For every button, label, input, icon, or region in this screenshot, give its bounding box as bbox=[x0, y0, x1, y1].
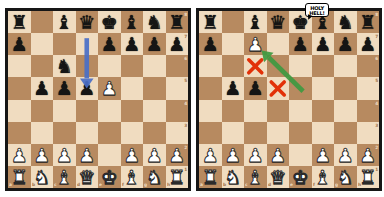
file-label-a: a bbox=[9, 183, 12, 187]
square-g6[interactable] bbox=[334, 55, 357, 77]
square-f5[interactable] bbox=[121, 77, 144, 99]
piece-white-pawn: ♟ bbox=[98, 77, 121, 99]
file-label-f: f bbox=[122, 183, 124, 187]
square-f1[interactable]: ♝f bbox=[312, 166, 335, 188]
square-e5[interactable]: ♟ bbox=[98, 77, 121, 99]
piece-white-pawn: ♟ bbox=[244, 144, 267, 166]
square-d1[interactable]: ♛d bbox=[76, 166, 99, 188]
square-d1[interactable]: ♛d bbox=[267, 166, 290, 188]
file-label-e: e bbox=[290, 183, 293, 187]
square-e7[interactable]: ♟ bbox=[98, 33, 121, 55]
square-h4[interactable]: 4 bbox=[357, 100, 380, 122]
file-label-b: b bbox=[32, 183, 35, 187]
square-d8[interactable]: ♛ bbox=[267, 11, 290, 33]
square-d8[interactable]: ♛ bbox=[76, 11, 99, 33]
piece-black-pawn: ♟ bbox=[312, 33, 335, 55]
piece-white-pawn: ♟ bbox=[267, 144, 290, 166]
square-e6[interactable] bbox=[289, 55, 312, 77]
square-f6[interactable] bbox=[312, 55, 335, 77]
square-h3[interactable]: 3 bbox=[166, 122, 189, 144]
square-h5[interactable]: 5 bbox=[357, 77, 380, 99]
square-g4[interactable] bbox=[334, 100, 357, 122]
square-e2[interactable] bbox=[98, 144, 121, 166]
board-grid-after: ♜♝♛♚♝♞♜8♟♟♟♟♟♟76♟♟543♟♟♟♟♟♟♟2♜a♞b♝c♛d♚e♝… bbox=[199, 11, 379, 188]
file-label-c: c bbox=[245, 183, 248, 187]
piece-white-pawn: ♟ bbox=[166, 144, 189, 166]
piece-white-rook: ♜ bbox=[357, 166, 380, 188]
rank-label-2: 2 bbox=[375, 145, 378, 149]
rank-label-6: 6 bbox=[184, 56, 187, 60]
square-h2[interactable]: ♟2 bbox=[166, 144, 189, 166]
square-g7[interactable]: ♟ bbox=[143, 33, 166, 55]
piece-white-queen: ♛ bbox=[267, 166, 290, 188]
square-f4[interactable] bbox=[121, 100, 144, 122]
piece-white-queen: ♛ bbox=[76, 166, 99, 188]
square-a4[interactable] bbox=[199, 100, 222, 122]
rank-label-4: 4 bbox=[184, 101, 187, 105]
square-c4[interactable] bbox=[53, 100, 76, 122]
piece-white-knight: ♞ bbox=[334, 166, 357, 188]
square-a1[interactable]: ♜a bbox=[199, 166, 222, 188]
square-g4[interactable] bbox=[143, 100, 166, 122]
piece-white-pawn: ♟ bbox=[53, 144, 76, 166]
piece-black-pawn: ♟ bbox=[121, 33, 144, 55]
piece-black-pawn: ♟ bbox=[76, 77, 99, 99]
piece-white-knight: ♞ bbox=[222, 166, 245, 188]
piece-white-pawn: ♟ bbox=[121, 144, 144, 166]
square-e4[interactable] bbox=[98, 100, 121, 122]
square-h1[interactable]: ♜1h bbox=[357, 166, 380, 188]
rank-label-2: 2 bbox=[184, 145, 187, 149]
square-d2[interactable]: ♟ bbox=[76, 144, 99, 166]
rank-label-3: 3 bbox=[375, 123, 378, 127]
square-g3[interactable] bbox=[334, 122, 357, 144]
piece-white-knight: ♞ bbox=[143, 166, 166, 188]
piece-black-pawn: ♟ bbox=[244, 77, 267, 99]
square-b7[interactable] bbox=[222, 33, 245, 55]
file-label-e: e bbox=[99, 183, 102, 187]
piece-black-knight: ♞ bbox=[143, 11, 166, 33]
piece-white-pawn: ♟ bbox=[334, 144, 357, 166]
piece-black-pawn: ♟ bbox=[166, 33, 189, 55]
square-e6[interactable] bbox=[98, 55, 121, 77]
square-b3[interactable] bbox=[222, 122, 245, 144]
square-a5[interactable] bbox=[199, 77, 222, 99]
piece-black-pawn: ♟ bbox=[53, 77, 76, 99]
square-c7[interactable]: ♟ bbox=[244, 33, 267, 55]
piece-black-bishop: ♝ bbox=[53, 11, 76, 33]
file-label-h: h bbox=[358, 183, 361, 187]
piece-white-pawn: ♟ bbox=[357, 144, 380, 166]
square-e5[interactable] bbox=[289, 77, 312, 99]
square-h8[interactable]: ♜8 bbox=[357, 11, 380, 33]
square-b1[interactable]: ♞b bbox=[31, 166, 54, 188]
square-h4[interactable]: 4 bbox=[166, 100, 189, 122]
square-c6[interactable]: ♞ bbox=[53, 55, 76, 77]
square-a4[interactable] bbox=[8, 100, 31, 122]
square-a3[interactable] bbox=[199, 122, 222, 144]
square-g5[interactable] bbox=[143, 77, 166, 99]
square-h6[interactable]: 6 bbox=[166, 55, 189, 77]
square-b3[interactable] bbox=[31, 122, 54, 144]
speech-bubble-holy-hell: HOLY HELL! bbox=[305, 3, 329, 17]
square-c4[interactable] bbox=[244, 100, 267, 122]
rank-label-7: 7 bbox=[184, 34, 187, 38]
piece-white-knight: ♞ bbox=[31, 166, 54, 188]
square-b4[interactable] bbox=[222, 100, 245, 122]
square-g5[interactable] bbox=[334, 77, 357, 99]
piece-white-pawn: ♟ bbox=[199, 144, 222, 166]
square-d3[interactable] bbox=[76, 122, 99, 144]
rank-label-1: 1 bbox=[184, 167, 187, 171]
square-h6[interactable]: 6 bbox=[357, 55, 380, 77]
piece-black-rook: ♜ bbox=[8, 11, 31, 33]
speech-bubble-line: HELL! bbox=[309, 10, 324, 14]
square-a2[interactable]: ♟ bbox=[199, 144, 222, 166]
square-d4[interactable] bbox=[267, 100, 290, 122]
piece-white-bishop: ♝ bbox=[53, 166, 76, 188]
rank-label-6: 6 bbox=[375, 56, 378, 60]
square-h3[interactable]: 3 bbox=[357, 122, 380, 144]
square-f2[interactable]: ♟ bbox=[121, 144, 144, 166]
square-b8[interactable] bbox=[222, 11, 245, 33]
square-c5[interactable]: ♟ bbox=[244, 77, 267, 99]
piece-black-king: ♚ bbox=[98, 11, 121, 33]
piece-black-bishop: ♝ bbox=[121, 11, 144, 33]
square-e7[interactable]: ♟ bbox=[289, 33, 312, 55]
square-c2[interactable]: ♟ bbox=[244, 144, 267, 166]
square-f6[interactable] bbox=[121, 55, 144, 77]
square-e2[interactable] bbox=[289, 144, 312, 166]
piece-white-bishop: ♝ bbox=[121, 166, 144, 188]
piece-black-pawn: ♟ bbox=[357, 33, 380, 55]
chessboard-after: ♜♝♛♚♝♞♜8♟♟♟♟♟♟76♟♟543♟♟♟♟♟♟♟2♜a♞b♝c♛d♚e♝… bbox=[196, 8, 382, 191]
piece-black-pawn: ♟ bbox=[222, 77, 245, 99]
rank-label-1: 1 bbox=[375, 167, 378, 171]
square-g2[interactable]: ♟ bbox=[334, 144, 357, 166]
rank-label-4: 4 bbox=[375, 101, 378, 105]
square-b1[interactable]: ♞b bbox=[222, 166, 245, 188]
piece-black-pawn: ♟ bbox=[31, 77, 54, 99]
square-h8[interactable]: ♜8 bbox=[166, 11, 189, 33]
square-g7[interactable]: ♟ bbox=[334, 33, 357, 55]
piece-white-king: ♚ bbox=[98, 166, 121, 188]
meme-canvas: ♜♝♛♚♝♞♜8♟♟♟♟♟7♞6♟♟♟♟543♟♟♟♟♟♟♟2♜a♞b♝c♛d♚… bbox=[0, 0, 384, 197]
square-g6[interactable] bbox=[143, 55, 166, 77]
square-f3[interactable] bbox=[121, 122, 144, 144]
square-g8[interactable]: ♞ bbox=[143, 11, 166, 33]
square-d2[interactable]: ♟ bbox=[267, 144, 290, 166]
rank-label-5: 5 bbox=[184, 78, 187, 82]
square-a1[interactable]: ♜a bbox=[8, 166, 31, 188]
square-f1[interactable]: ♝f bbox=[121, 166, 144, 188]
piece-black-queen: ♛ bbox=[76, 11, 99, 33]
piece-black-bishop: ♝ bbox=[244, 11, 267, 33]
rank-label-3: 3 bbox=[184, 123, 187, 127]
chessboard-before: ♜♝♛♚♝♞♜8♟♟♟♟♟7♞6♟♟♟♟543♟♟♟♟♟♟♟2♜a♞b♝c♛d♚… bbox=[5, 8, 191, 191]
square-a7[interactable]: ♟ bbox=[199, 33, 222, 55]
square-c8[interactable]: ♝ bbox=[244, 11, 267, 33]
file-label-a: a bbox=[200, 183, 203, 187]
square-a6[interactable] bbox=[199, 55, 222, 77]
piece-white-rook: ♜ bbox=[8, 166, 31, 188]
piece-black-pawn: ♟ bbox=[289, 33, 312, 55]
piece-black-pawn: ♟ bbox=[143, 33, 166, 55]
square-c3[interactable] bbox=[53, 122, 76, 144]
piece-white-pawn: ♟ bbox=[143, 144, 166, 166]
file-label-h: h bbox=[167, 183, 170, 187]
square-d3[interactable] bbox=[267, 122, 290, 144]
square-b6[interactable] bbox=[31, 55, 54, 77]
square-e8[interactable]: ♚ bbox=[98, 11, 121, 33]
square-a7[interactable]: ♟ bbox=[8, 33, 31, 55]
square-d6[interactable] bbox=[267, 55, 290, 77]
file-label-d: d bbox=[77, 183, 80, 187]
rank-label-5: 5 bbox=[375, 78, 378, 82]
rank-label-8: 8 bbox=[184, 12, 187, 16]
piece-black-rook: ♜ bbox=[199, 11, 222, 33]
piece-white-bishop: ♝ bbox=[312, 166, 335, 188]
square-c3[interactable] bbox=[244, 122, 267, 144]
piece-white-rook: ♜ bbox=[166, 166, 189, 188]
piece-white-pawn: ♟ bbox=[244, 33, 267, 55]
square-f5[interactable] bbox=[312, 77, 335, 99]
square-g1[interactable]: ♞g bbox=[334, 166, 357, 188]
square-c2[interactable]: ♟ bbox=[53, 144, 76, 166]
rank-label-7: 7 bbox=[375, 34, 378, 38]
square-g1[interactable]: ♞g bbox=[143, 166, 166, 188]
piece-white-rook: ♜ bbox=[199, 166, 222, 188]
piece-black-pawn: ♟ bbox=[334, 33, 357, 55]
square-h1[interactable]: ♜1h bbox=[166, 166, 189, 188]
rank-label-8: 8 bbox=[375, 12, 378, 16]
piece-white-pawn: ♟ bbox=[76, 144, 99, 166]
square-d7[interactable] bbox=[76, 33, 99, 55]
square-a3[interactable] bbox=[8, 122, 31, 144]
square-h2[interactable]: ♟2 bbox=[357, 144, 380, 166]
square-b4[interactable] bbox=[31, 100, 54, 122]
file-label-f: f bbox=[313, 183, 315, 187]
file-label-c: c bbox=[54, 183, 57, 187]
square-d4[interactable] bbox=[76, 100, 99, 122]
square-c1[interactable]: ♝c bbox=[244, 166, 267, 188]
square-b8[interactable] bbox=[31, 11, 54, 33]
square-b2[interactable]: ♟ bbox=[31, 144, 54, 166]
square-d5[interactable]: ♟ bbox=[76, 77, 99, 99]
square-c8[interactable]: ♝ bbox=[53, 11, 76, 33]
square-b5[interactable]: ♟ bbox=[31, 77, 54, 99]
square-c5[interactable]: ♟ bbox=[53, 77, 76, 99]
piece-black-rook: ♜ bbox=[357, 11, 380, 33]
piece-black-rook: ♜ bbox=[166, 11, 189, 33]
square-f3[interactable] bbox=[312, 122, 335, 144]
square-d6[interactable] bbox=[76, 55, 99, 77]
square-a8[interactable]: ♜ bbox=[199, 11, 222, 33]
square-f8[interactable]: ♝ bbox=[121, 11, 144, 33]
piece-white-king: ♚ bbox=[289, 166, 312, 188]
file-label-g: g bbox=[144, 183, 147, 187]
piece-black-pawn: ♟ bbox=[199, 33, 222, 55]
square-h7[interactable]: ♟7 bbox=[357, 33, 380, 55]
square-f7[interactable]: ♟ bbox=[312, 33, 335, 55]
square-a6[interactable] bbox=[8, 55, 31, 77]
square-h5[interactable]: 5 bbox=[166, 77, 189, 99]
piece-white-pawn: ♟ bbox=[8, 144, 31, 166]
file-label-g: g bbox=[335, 183, 338, 187]
file-label-b: b bbox=[223, 183, 226, 187]
square-e3[interactable] bbox=[289, 122, 312, 144]
square-g2[interactable]: ♟ bbox=[143, 144, 166, 166]
square-d5[interactable] bbox=[267, 77, 290, 99]
square-c1[interactable]: ♝c bbox=[53, 166, 76, 188]
square-a8[interactable]: ♜ bbox=[8, 11, 31, 33]
board-grid-before: ♜♝♛♚♝♞♜8♟♟♟♟♟7♞6♟♟♟♟543♟♟♟♟♟♟♟2♜a♞b♝c♛d♚… bbox=[8, 11, 188, 188]
piece-black-queen: ♛ bbox=[267, 11, 290, 33]
piece-white-pawn: ♟ bbox=[31, 144, 54, 166]
piece-black-knight: ♞ bbox=[334, 11, 357, 33]
square-e4[interactable] bbox=[289, 100, 312, 122]
piece-white-pawn: ♟ bbox=[222, 144, 245, 166]
square-b5[interactable]: ♟ bbox=[222, 77, 245, 99]
square-e1[interactable]: ♚e bbox=[289, 166, 312, 188]
square-e1[interactable]: ♚e bbox=[98, 166, 121, 188]
square-g3[interactable] bbox=[143, 122, 166, 144]
square-b2[interactable]: ♟ bbox=[222, 144, 245, 166]
square-f4[interactable] bbox=[312, 100, 335, 122]
square-f7[interactable]: ♟ bbox=[121, 33, 144, 55]
piece-black-pawn: ♟ bbox=[8, 33, 31, 55]
square-h7[interactable]: ♟7 bbox=[166, 33, 189, 55]
piece-white-bishop: ♝ bbox=[244, 166, 267, 188]
square-b7[interactable] bbox=[31, 33, 54, 55]
square-b6[interactable] bbox=[222, 55, 245, 77]
square-d7[interactable] bbox=[267, 33, 290, 55]
square-f2[interactable]: ♟ bbox=[312, 144, 335, 166]
square-a2[interactable]: ♟ bbox=[8, 144, 31, 166]
piece-black-knight: ♞ bbox=[53, 55, 76, 77]
square-g8[interactable]: ♞ bbox=[334, 11, 357, 33]
square-a5[interactable] bbox=[8, 77, 31, 99]
piece-black-pawn: ♟ bbox=[98, 33, 121, 55]
file-label-d: d bbox=[268, 183, 271, 187]
piece-white-pawn: ♟ bbox=[312, 144, 335, 166]
square-e3[interactable] bbox=[98, 122, 121, 144]
square-c7[interactable] bbox=[53, 33, 76, 55]
square-c6[interactable] bbox=[244, 55, 267, 77]
